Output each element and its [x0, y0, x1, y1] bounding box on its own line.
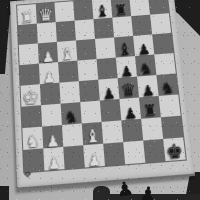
square: ♟ [42, 125, 63, 148]
table-shadow-blob [93, 186, 110, 200]
piece-bB: ♝ [95, 3, 111, 20]
square: ♟ [133, 34, 154, 56]
piece-bP: ♟ [123, 105, 137, 121]
square [19, 43, 39, 65]
square [80, 101, 101, 124]
square: ♜ [17, 4, 37, 25]
piece-bQ: ♛ [120, 81, 137, 100]
piece-bN: ♞ [160, 80, 176, 97]
square [41, 104, 62, 127]
square: ♞ [61, 102, 82, 125]
square [75, 19, 95, 40]
square [79, 80, 100, 102]
square [123, 141, 145, 165]
square: ♝ [82, 122, 104, 145]
piece-wP: ♟ [46, 133, 60, 149]
board-edge-fine-print: ı ıı ııı ıı [13, 48, 19, 72]
piece-bN: ♞ [138, 61, 153, 78]
square: ♜ [139, 96, 161, 119]
square: ♝ [92, 0, 112, 19]
piece-bR: ♜ [143, 103, 159, 120]
board-grid: ♜♛♝♜♟♝♝♟♟♟♞♚♟♛♟♞♞♟♜♞♟♝♟♟♚ [17, 0, 186, 172]
square: ♛ [36, 3, 56, 24]
piece-bB: ♝ [117, 41, 133, 58]
piece-wP: ♟ [43, 70, 57, 85]
piece-wN: ♞ [26, 133, 41, 151]
square: ♟ [83, 144, 105, 168]
captured-piece-bP: ♟ [138, 183, 158, 200]
piece-wP: ♟ [87, 152, 101, 169]
square [100, 99, 121, 122]
chessboard-photo: ı ıı ııı ıı ❖ ♜♛♝♜♟♝♝♟♟♟♞♚♟♛♟♞♞♟♜♞♟♝♟♟♚ … [0, 0, 200, 200]
square [62, 123, 83, 146]
square [141, 117, 163, 140]
piece-wB: ♝ [85, 128, 101, 147]
floor-shadow-bottom-left [0, 186, 9, 200]
square [77, 59, 98, 81]
piece-wP: ♟ [41, 49, 54, 64]
square [131, 15, 152, 36]
square: ♚ [163, 137, 186, 161]
square [73, 0, 93, 21]
square: ♝ [57, 40, 77, 62]
square: ♟ [43, 147, 64, 171]
piece-wQ: ♛ [38, 7, 54, 25]
piece-wK: ♚ [22, 87, 39, 107]
square [97, 58, 118, 80]
piece-wB: ♝ [60, 46, 76, 63]
square [129, 0, 150, 16]
square: ♟ [98, 78, 119, 100]
square [95, 37, 116, 59]
square [161, 116, 183, 139]
square [103, 142, 125, 166]
square [159, 94, 181, 117]
piece-bN: ♞ [64, 109, 79, 126]
square: ♜ [111, 0, 132, 18]
square [143, 139, 165, 163]
square: ♟ [38, 42, 58, 64]
square [150, 13, 171, 34]
square [54, 1, 74, 22]
square: ♚ [21, 84, 42, 107]
square: ♞ [156, 74, 178, 96]
square [152, 33, 173, 55]
piece-bK: ♚ [165, 141, 184, 162]
square [56, 21, 76, 42]
square: ♟ [137, 75, 159, 97]
square [154, 53, 176, 75]
square: ♛ [118, 77, 139, 99]
captured-piece-bP: ♟ [115, 178, 136, 200]
piece-bP: ♟ [141, 83, 155, 99]
piece-bP: ♟ [120, 63, 134, 78]
piece-bR: ♜ [114, 3, 129, 19]
square [59, 81, 80, 104]
floor-shadow-left-edge [0, 0, 11, 74]
square [102, 120, 124, 143]
square [21, 105, 42, 128]
piece-wR: ♜ [20, 10, 34, 26]
piece-wP: ♟ [47, 155, 61, 172]
piece-bP: ♟ [102, 86, 116, 102]
square [23, 148, 44, 172]
square [63, 145, 85, 169]
square: ♞ [22, 127, 43, 150]
chess-board: ı ıı ııı ıı ❖ ♜♛♝♜♟♝♝♟♟♟♞♚♟♛♟♞♞♟♜♞♟♝♟♟♚ [10, 0, 195, 190]
piece-bP: ♟ [137, 42, 151, 57]
square [121, 119, 143, 142]
square [20, 64, 40, 86]
square [76, 39, 97, 61]
square: ♝ [114, 36, 135, 58]
square: ♟ [119, 97, 141, 120]
